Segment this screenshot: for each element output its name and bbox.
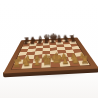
piece-white-knight[interactable]: ♞ xyxy=(21,57,31,68)
piece-black-pawn[interactable]: ♟ xyxy=(70,37,77,43)
piece-white-bishop[interactable]: ♝ xyxy=(60,54,70,66)
chess-photo-scene: ♜♞♝♛♚♝♞♜♟♟♟♟♟♟♟♟♟♟♟♟♟♟♟♟♜♞♝♛♚♝♞♜ xyxy=(0,0,98,98)
square-g1[interactable]: ♞ xyxy=(69,61,80,66)
square-c1[interactable]: ♝ xyxy=(31,63,41,68)
piece-black-pawn[interactable]: ♟ xyxy=(63,38,70,44)
square-e1[interactable]: ♚ xyxy=(51,62,61,67)
square-f1[interactable]: ♝ xyxy=(60,61,71,66)
square-d1[interactable]: ♛ xyxy=(41,62,51,67)
chess-board: ♜♞♝♛♚♝♞♜♟♟♟♟♟♟♟♟♟♟♟♟♟♟♟♟♜♞♝♛♚♝♞♜ xyxy=(0,0,98,77)
piece-white-bishop[interactable]: ♝ xyxy=(31,55,41,67)
piece-black-pawn[interactable]: ♟ xyxy=(29,40,36,46)
piece-white-knight[interactable]: ♞ xyxy=(70,54,80,65)
piece-black-pawn[interactable]: ♟ xyxy=(56,38,63,44)
piece-white-rook[interactable]: ♜ xyxy=(79,55,89,65)
board-frame: ♜♞♝♛♚♝♞♜♟♟♟♟♟♟♟♟♟♟♟♟♟♟♟♟♜♞♝♛♚♝♞♜ xyxy=(3,37,98,73)
square-h1[interactable]: ♜ xyxy=(78,60,90,65)
board-grid: ♜♞♝♛♚♝♞♜♟♟♟♟♟♟♟♟♟♟♟♟♟♟♟♟♜♞♝♛♚♝♞♜ xyxy=(12,39,90,69)
